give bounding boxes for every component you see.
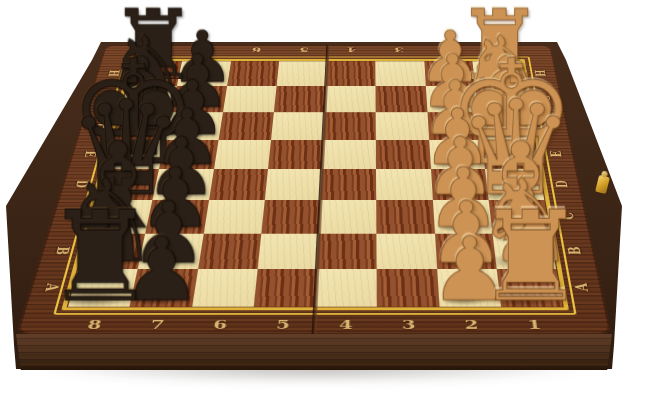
square-a4[interactable] <box>315 269 377 307</box>
coordinate-label: 4 <box>328 46 376 52</box>
coordinate-label: 4 <box>314 318 377 331</box>
coordinate-label: 8 <box>61 318 127 331</box>
square-d4[interactable] <box>320 169 376 200</box>
square-c5[interactable] <box>261 200 320 233</box>
board-front-face <box>16 334 612 370</box>
coordinate-label: 5 <box>251 318 315 331</box>
coordinate-label: 5 <box>280 46 328 52</box>
square-a5[interactable] <box>253 269 317 307</box>
chess-photo-stage: 87654321 87654321 ABCDEFGHABCDEFGH ♜♟♟♜♞… <box>0 0 650 398</box>
coords-front-numbers: 87654321 <box>61 318 566 331</box>
square-h6[interactable] <box>227 61 279 86</box>
square-b5[interactable] <box>257 233 318 268</box>
square-h3[interactable] <box>376 61 426 86</box>
coordinate-label: 6 <box>232 46 281 52</box>
square-f5[interactable] <box>271 112 325 140</box>
board-3d: 87654321 87654321 ABCDEFGHABCDEFGH ♜♟♟♜♞… <box>16 45 612 335</box>
square-f4[interactable] <box>323 112 376 140</box>
square-c4[interactable] <box>319 200 377 233</box>
coordinate-label: 3 <box>375 46 423 52</box>
coordinate-label: 7 <box>184 46 233 52</box>
square-g3[interactable] <box>376 86 427 112</box>
coords-back-numbers: 87654321 <box>136 46 519 52</box>
square-g5[interactable] <box>274 86 326 112</box>
black-rook-a8[interactable]: ♜ <box>16 194 186 319</box>
square-h5[interactable] <box>276 61 327 86</box>
coordinate-label: 3 <box>377 318 440 331</box>
square-e4[interactable] <box>322 140 376 169</box>
square-g4[interactable] <box>325 86 376 112</box>
square-h4[interactable] <box>326 61 376 86</box>
square-d5[interactable] <box>265 169 322 200</box>
coordinate-label: 2 <box>440 318 504 331</box>
coordinate-label: 1 <box>470 46 519 52</box>
coordinate-label: 1 <box>502 318 567 331</box>
square-g6[interactable] <box>223 86 277 112</box>
coordinate-label: 8 <box>136 46 185 52</box>
square-b4[interactable] <box>317 233 377 268</box>
coordinate-label: 2 <box>423 46 471 52</box>
white-rook-a1[interactable]: ♜ <box>446 194 616 319</box>
square-e5[interactable] <box>268 140 324 169</box>
coordinate-label: 7 <box>125 318 190 331</box>
coordinate-label: 6 <box>188 318 252 331</box>
